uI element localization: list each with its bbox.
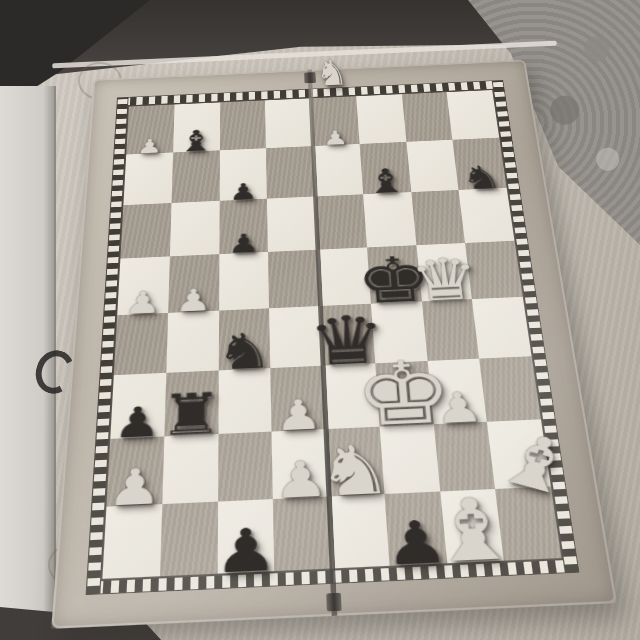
square-b3[interactable]	[164, 370, 218, 436]
square-e1[interactable]	[329, 494, 390, 568]
piece-black-bishop-b8[interactable]: ♝	[177, 126, 215, 157]
piece-black-pawn-f1[interactable]: ♟	[383, 512, 451, 574]
square-h8[interactable]	[447, 90, 499, 140]
piece-white-pawn-e8[interactable]: ♟	[322, 128, 349, 149]
playing-area: ♟♝♟♟♝♞♟♟♟♚♛♞♛♟♜♟♚♟♟♟♞♝♟♟♝	[101, 89, 563, 580]
square-e7[interactable]	[313, 144, 363, 196]
chess-board: ♟♝♟♟♝♞♟♟♟♚♛♞♛♟♜♟♚♟♟♟♞♝♟♟♝ ♞	[51, 60, 617, 629]
piece-white-pawn-b5[interactable]: ♟	[175, 285, 212, 317]
piece-black-pawn-a3[interactable]: ♟	[113, 401, 162, 445]
piece-white-pawn-g3[interactable]: ♟	[433, 386, 485, 430]
piece-black-rook-b3[interactable]: ♜	[158, 385, 223, 444]
square-h4[interactable]	[472, 297, 531, 359]
square-d5[interactable]	[268, 250, 320, 309]
square-e6[interactable]	[315, 194, 367, 249]
square-e3[interactable]	[323, 363, 380, 429]
square-d1[interactable]	[273, 497, 332, 571]
square-f6[interactable]	[363, 192, 416, 247]
piece-black-pawn-c7[interactable]: ♟	[229, 180, 258, 204]
square-e2[interactable]	[326, 427, 385, 497]
square-a3[interactable]	[110, 373, 166, 439]
square-b1[interactable]	[160, 502, 218, 577]
square-g2[interactable]	[433, 422, 495, 492]
piece-black-knight-h7[interactable]: ♞	[459, 161, 504, 194]
square-b2[interactable]	[162, 434, 218, 504]
mosaic-border-left	[87, 98, 129, 594]
square-a2[interactable]	[106, 436, 164, 506]
piece-white-pawn-a8[interactable]: ♟	[137, 136, 163, 157]
piece-white-bishop-g1[interactable]: ♝	[422, 486, 523, 576]
square-g6[interactable]	[411, 190, 465, 245]
captured-white-knight[interactable]: ♞	[314, 54, 348, 91]
square-c8[interactable]	[219, 100, 266, 150]
square-d8[interactable]	[265, 98, 313, 148]
square-h2[interactable]	[487, 419, 551, 489]
piece-black-bishop-f7[interactable]: ♝	[364, 164, 409, 199]
square-h3[interactable]	[479, 356, 541, 422]
hinge-icon	[304, 72, 316, 83]
square-a1[interactable]	[102, 504, 162, 579]
square-g1[interactable]	[440, 489, 504, 563]
square-h1[interactable]	[495, 486, 561, 560]
square-d6[interactable]	[267, 196, 317, 251]
square-b4[interactable]	[166, 311, 219, 373]
square-c3[interactable]	[218, 368, 272, 434]
square-g7[interactable]	[406, 140, 459, 192]
piece-black-pawn-c1[interactable]: ♟	[214, 520, 278, 582]
square-f2[interactable]	[379, 424, 439, 494]
square-a7[interactable]	[123, 152, 172, 205]
piece-white-king-f3[interactable]: ♚	[352, 350, 458, 440]
square-d3[interactable]	[270, 366, 325, 432]
square-d7[interactable]	[266, 146, 315, 199]
piece-black-knight-c4[interactable]: ♞	[215, 326, 273, 378]
piece-white-pawn-d2[interactable]: ♟	[273, 454, 329, 506]
square-h6[interactable]	[459, 188, 515, 243]
piece-white-pawn-d3[interactable]: ♟	[274, 393, 323, 437]
square-a4[interactable]	[114, 313, 168, 375]
square-c2[interactable]	[218, 432, 274, 502]
square-c1[interactable]	[217, 499, 274, 574]
square-g8[interactable]	[401, 92, 452, 142]
square-a6[interactable]	[120, 203, 171, 259]
piece-white-pawn-a2[interactable]: ♟	[106, 461, 163, 513]
piece-white-pawn-a5[interactable]: ♟	[124, 287, 162, 319]
square-d2[interactable]	[272, 429, 329, 499]
piece-black-pawn-c6[interactable]: ♟	[227, 230, 259, 257]
square-b6[interactable]	[170, 201, 220, 257]
piece-white-bishop-h2[interactable]: ♝	[486, 420, 587, 509]
square-c5[interactable]	[219, 252, 270, 311]
board-inlay-border: ♟♝♟♟♝♞♟♟♟♚♛♞♛♟♜♟♚♟♟♟♞♝♟♟♝	[86, 80, 580, 595]
square-f1[interactable]	[384, 491, 446, 565]
square-b7[interactable]	[171, 150, 219, 203]
square-f8[interactable]	[356, 94, 406, 144]
